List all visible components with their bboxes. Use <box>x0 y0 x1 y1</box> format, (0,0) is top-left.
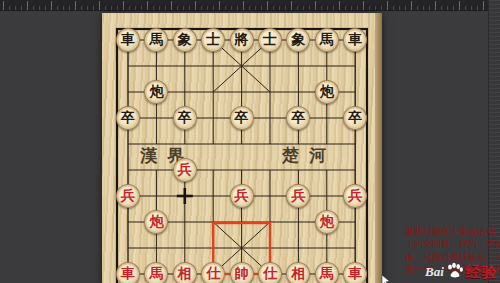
piece-rC[interactable]: 炮 <box>315 210 339 234</box>
piece-bP[interactable]: 卒 <box>116 106 140 130</box>
piece-rK[interactable]: 帥 <box>230 262 254 283</box>
mouse-cursor <box>381 273 391 283</box>
piece-rP[interactable]: 兵 <box>230 184 254 208</box>
piece-bK[interactable]: 將 <box>230 28 254 52</box>
piece-rP[interactable]: 兵 <box>173 158 197 182</box>
timeline-ruler <box>0 0 500 11</box>
piece-rN[interactable]: 馬 <box>144 262 168 283</box>
piece-rA[interactable]: 仕 <box>201 262 225 283</box>
piece-bP[interactable]: 卒 <box>230 106 254 130</box>
piece-rN[interactable]: 馬 <box>315 262 339 283</box>
piece-rR[interactable]: 車 <box>343 262 367 283</box>
piece-bP[interactable]: 卒 <box>173 106 197 130</box>
baidu-watermark: Bai 经验 <box>425 262 498 282</box>
piece-bC[interactable]: 炮 <box>315 80 339 104</box>
piece-rB[interactable]: 相 <box>173 262 197 283</box>
piece-rP[interactable]: 兵 <box>116 184 140 208</box>
annotation-line: 士的空间是一样的，不能出 <box>405 238 500 251</box>
piece-bA[interactable]: 士 <box>258 28 282 52</box>
screenshot-root: 漢界 楚河 車馬象士將士象馬車炮炮卒卒卒卒卒兵兵兵兵兵炮炮車馬相仕帥仕相馬車 老… <box>0 0 500 283</box>
piece-rR[interactable]: 車 <box>116 262 140 283</box>
piece-rB[interactable]: 相 <box>286 262 310 283</box>
river-label-right: 楚河 <box>282 144 336 167</box>
piece-bR[interactable]: 車 <box>343 28 367 52</box>
piece-bB[interactable]: 象 <box>173 28 197 52</box>
piece-bN[interactable]: 馬 <box>315 28 339 52</box>
piece-bR[interactable]: 車 <box>116 28 140 52</box>
baidu-paw-icon <box>446 262 464 282</box>
board-side-face <box>375 13 382 283</box>
jingyan-wordmark: 经验 <box>466 263 498 282</box>
annotation-line: 老帅只能在大本营活动，跟 <box>405 225 500 238</box>
baidu-wordmark: Bai <box>425 264 444 280</box>
piece-rP[interactable]: 兵 <box>343 184 367 208</box>
xiangqi-board[interactable]: 漢界 楚河 車馬象士將士象馬車炮炮卒卒卒卒卒兵兵兵兵兵炮炮車馬相仕帥仕相馬車 <box>102 13 382 283</box>
piece-bP[interactable]: 卒 <box>343 106 367 130</box>
piece-bA[interactable]: 士 <box>201 28 225 52</box>
piece-rA[interactable]: 仕 <box>258 262 282 283</box>
